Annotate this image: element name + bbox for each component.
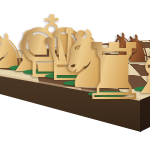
pieces-layer: ♞♞♝♞♝♚♛♞♜ <box>0 0 150 150</box>
chess-set-photo: ♞♞♝♞♝♚♛♞♜ <box>0 0 150 150</box>
white-rook-piece: ♜ <box>79 33 149 111</box>
